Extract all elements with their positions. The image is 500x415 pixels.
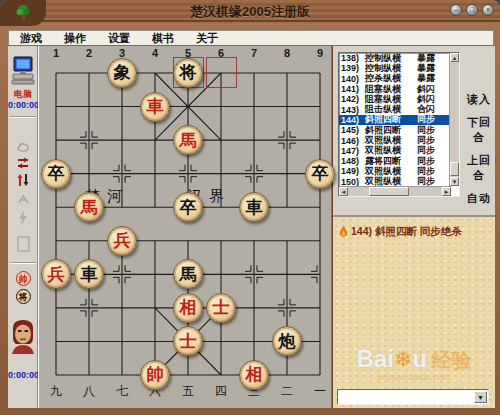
move-list-section: 138)控制纵横暴露139)控制纵横暴露140)控杀纵横暴露141)阻塞纵横斜闪… [333, 46, 495, 215]
read-button[interactable]: 读入 [463, 92, 495, 107]
playback-buttons: 读入 下回合 上回合 自动 [463, 92, 495, 206]
red-piece-馬[interactable]: 馬 [74, 192, 104, 222]
player-timer: 0:00:00 [8, 370, 38, 380]
red-piece-馬[interactable]: 馬 [173, 125, 203, 155]
black-piece-炮[interactable]: 炮 [272, 326, 302, 356]
scroll-down-icon[interactable]: ▼ [450, 177, 459, 186]
computer-icon [8, 56, 38, 90]
black-piece-馬[interactable]: 馬 [173, 259, 203, 289]
file-label-bottom: 一 [314, 383, 326, 400]
file-label-bottom: 八 [83, 383, 95, 400]
file-label-bottom: 四 [215, 383, 227, 400]
current-move-text: 144) 斜照四断 同步绝杀 [351, 225, 462, 239]
hand-icon[interactable] [8, 139, 38, 157]
red-general-button[interactable]: 帅 [8, 268, 38, 286]
menu-2[interactable]: 操作 [53, 31, 97, 46]
move-list[interactable]: 138)控制纵横暴露139)控制纵横暴露140)控杀纵横暴露141)阻塞纵横斜闪… [338, 52, 460, 197]
player-avatar [8, 318, 38, 358]
close-button[interactable]: × [482, 4, 494, 16]
sidebar: 电脑 0:00:00 [8, 46, 38, 408]
menu-3[interactable]: 设置 [97, 31, 141, 46]
watermark-url: jingyan.baidu.com [333, 372, 495, 382]
red-piece-車[interactable]: 車 [140, 92, 170, 122]
swap-arrows-icon[interactable] [8, 156, 38, 174]
menu-1[interactable]: 游戏 [9, 31, 53, 46]
vertical-scrollbar[interactable]: ▲ ▼ [449, 53, 459, 186]
xiangqi-board[interactable]: 123456789 楚河 汉界 象将車馬卒卒馬卒車兵兵車馬相士士炮帥相 九八七六… [38, 46, 332, 408]
black-piece-卒[interactable]: 卒 [173, 192, 203, 222]
right-panel: 138)控制纵横暴露139)控制纵横暴露140)控杀纵横暴露141)阻塞纵横斜闪… [332, 46, 494, 408]
app-window: 楚汉棋缘2005注册版 –□× 游戏操作设置棋书关于 电脑 0:00:00 [0, 0, 500, 415]
piece-grid: 象将車馬卒卒馬卒車兵兵車馬相士士炮帥相 [40, 56, 337, 391]
page-icon[interactable] [8, 236, 38, 256]
black-piece-卒[interactable]: 卒 [305, 159, 335, 189]
current-move-caption: 144) 斜照四断 同步绝杀 [339, 225, 462, 239]
sidebar-divider [10, 116, 36, 118]
black-piece-将[interactable]: 将 [173, 58, 203, 88]
red-piece-士[interactable]: 士 [173, 326, 203, 356]
auto-button[interactable]: 自动 [463, 191, 495, 206]
red-piece-兵[interactable]: 兵 [41, 259, 71, 289]
sort-arrows-icon[interactable] [8, 173, 38, 191]
menu-4[interactable]: 棋书 [141, 31, 185, 46]
file-label-bottom: 九 [50, 383, 62, 400]
app-logo-tab [0, 0, 46, 26]
book-text-panel: 144) 斜照四断 同步绝杀 Bai❄u 经验 jingyan.baidu.co… [333, 215, 495, 408]
sidebar-divider [10, 262, 36, 264]
scroll-up-icon[interactable]: ▲ [450, 53, 459, 62]
window-controls: –□× [450, 4, 494, 16]
black-general-button[interactable]: 将 [8, 286, 38, 304]
window-title: 楚汉棋缘2005注册版 [0, 3, 500, 21]
maximize-button[interactable]: □ [466, 4, 478, 16]
flame-icon [339, 226, 348, 238]
scroll-thumb[interactable] [369, 187, 409, 196]
grab-icon[interactable] [8, 192, 38, 210]
prev-round-button[interactable]: 上回合 [463, 153, 495, 183]
title-bar[interactable]: 楚汉棋缘2005注册版 –□× [0, 0, 500, 22]
computer-timer: 0:00:00 [8, 100, 38, 110]
red-piece-兵[interactable]: 兵 [107, 226, 137, 256]
next-round-button[interactable]: 下回合 [463, 115, 495, 145]
lightning-icon[interactable] [8, 210, 38, 230]
book-select-combo[interactable]: ▼ [337, 389, 489, 405]
file-label-bottom: 五 [182, 383, 194, 400]
black-piece-車[interactable]: 車 [239, 192, 269, 222]
scroll-left-icon[interactable]: ◄ [339, 187, 348, 196]
black-piece-車[interactable]: 車 [74, 259, 104, 289]
minimize-button[interactable]: – [450, 4, 462, 16]
black-piece-象[interactable]: 象 [107, 58, 137, 88]
file-label-bottom: 二 [281, 383, 293, 400]
red-piece-相[interactable]: 相 [173, 293, 203, 323]
last-move-highlight [206, 57, 237, 88]
black-piece-卒[interactable]: 卒 [41, 159, 71, 189]
horizontal-scrollbar[interactable]: ◄ ► [339, 186, 451, 196]
menu-bar: 游戏操作设置棋书关于 [8, 30, 494, 46]
file-label-bottom: 七 [116, 383, 128, 400]
red-piece-士[interactable]: 士 [206, 293, 236, 323]
baidu-watermark: Bai❄u 经验 jingyan.baidu.com [333, 345, 495, 382]
scroll-thumb[interactable] [450, 162, 459, 176]
tree-icon [15, 4, 31, 22]
red-piece-相[interactable]: 相 [239, 360, 269, 390]
chevron-down-icon[interactable]: ▼ [474, 391, 487, 403]
menu-5[interactable]: 关于 [185, 31, 229, 46]
main-content: 电脑 0:00:00 [8, 46, 494, 408]
red-piece-帥[interactable]: 帥 [140, 360, 170, 390]
scroll-right-icon[interactable]: ► [442, 187, 451, 196]
